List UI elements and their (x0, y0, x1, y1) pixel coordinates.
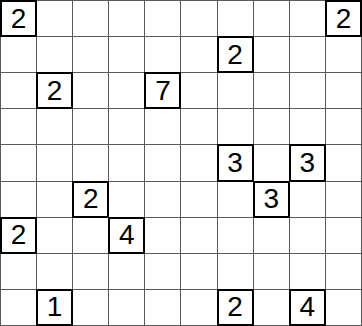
clue-cell: 4 (109, 218, 144, 253)
clue-number: 2 (11, 5, 27, 33)
empty-cell[interactable] (254, 1, 289, 36)
empty-cell[interactable] (37, 254, 72, 289)
empty-cell[interactable] (181, 37, 216, 72)
empty-cell[interactable] (254, 218, 289, 253)
clue-number: 4 (119, 221, 135, 249)
clue-number: 3 (263, 185, 279, 213)
empty-cell[interactable] (109, 109, 144, 144)
empty-cell[interactable] (73, 1, 108, 36)
empty-cell[interactable] (290, 254, 325, 289)
clue-cell: 2 (1, 1, 36, 36)
clue-cell: 3 (254, 182, 289, 217)
empty-cell[interactable] (218, 218, 253, 253)
empty-cell[interactable] (181, 218, 216, 253)
empty-cell[interactable] (254, 254, 289, 289)
clue-cell: 3 (218, 145, 253, 180)
empty-cell[interactable] (145, 290, 180, 325)
empty-cell[interactable] (109, 182, 144, 217)
empty-cell[interactable] (326, 37, 361, 72)
empty-cell[interactable] (218, 109, 253, 144)
empty-cell[interactable] (218, 73, 253, 108)
empty-cell[interactable] (37, 37, 72, 72)
empty-cell[interactable] (109, 145, 144, 180)
empty-cell[interactable] (73, 290, 108, 325)
clue-number: 2 (11, 221, 27, 249)
empty-cell[interactable] (73, 109, 108, 144)
clue-cell: 2 (73, 182, 108, 217)
clue-number: 2 (227, 293, 243, 321)
empty-cell[interactable] (1, 290, 36, 325)
empty-cell[interactable] (145, 37, 180, 72)
empty-cell[interactable] (109, 37, 144, 72)
empty-cell[interactable] (290, 182, 325, 217)
clue-cell: 4 (290, 290, 325, 325)
empty-cell[interactable] (1, 182, 36, 217)
clue-cell: 2 (218, 290, 253, 325)
empty-cell[interactable] (37, 218, 72, 253)
empty-cell[interactable] (145, 109, 180, 144)
clue-number: 2 (336, 5, 352, 33)
empty-cell[interactable] (326, 109, 361, 144)
empty-cell[interactable] (145, 1, 180, 36)
empty-cell[interactable] (1, 109, 36, 144)
empty-cell[interactable] (181, 290, 216, 325)
clue-number: 3 (227, 149, 243, 177)
empty-cell[interactable] (181, 145, 216, 180)
clue-number: 7 (155, 77, 171, 105)
empty-cell[interactable] (37, 182, 72, 217)
empty-cell[interactable] (290, 1, 325, 36)
empty-cell[interactable] (254, 145, 289, 180)
empty-cell[interactable] (1, 73, 36, 108)
clue-cell: 3 (290, 145, 325, 180)
empty-cell[interactable] (326, 254, 361, 289)
empty-cell[interactable] (218, 1, 253, 36)
empty-cell[interactable] (145, 145, 180, 180)
empty-cell[interactable] (109, 290, 144, 325)
empty-cell[interactable] (181, 254, 216, 289)
empty-cell[interactable] (37, 109, 72, 144)
empty-cell[interactable] (109, 254, 144, 289)
empty-cell[interactable] (73, 218, 108, 253)
empty-cell[interactable] (254, 73, 289, 108)
empty-cell[interactable] (109, 73, 144, 108)
empty-cell[interactable] (326, 182, 361, 217)
empty-cell[interactable] (326, 73, 361, 108)
clue-cell: 1 (37, 290, 72, 325)
empty-cell[interactable] (181, 1, 216, 36)
empty-cell[interactable] (254, 109, 289, 144)
empty-cell[interactable] (326, 145, 361, 180)
empty-cell[interactable] (37, 1, 72, 36)
empty-cell[interactable] (73, 145, 108, 180)
clue-cell: 2 (218, 37, 253, 72)
empty-cell[interactable] (109, 1, 144, 36)
clue-cell: 2 (1, 218, 36, 253)
clue-cell: 7 (145, 73, 180, 108)
clue-cell: 2 (326, 1, 361, 36)
puzzle-board: 22227332324124 (0, 0, 362, 326)
clue-cell: 2 (37, 73, 72, 108)
empty-cell[interactable] (37, 145, 72, 180)
clue-number: 2 (47, 77, 63, 105)
empty-cell[interactable] (1, 254, 36, 289)
empty-cell[interactable] (145, 254, 180, 289)
empty-cell[interactable] (290, 37, 325, 72)
empty-cell[interactable] (73, 37, 108, 72)
empty-cell[interactable] (73, 73, 108, 108)
clue-number: 2 (227, 41, 243, 69)
empty-cell[interactable] (181, 109, 216, 144)
empty-cell[interactable] (181, 73, 216, 108)
empty-cell[interactable] (254, 290, 289, 325)
empty-cell[interactable] (326, 290, 361, 325)
empty-cell[interactable] (181, 182, 216, 217)
clue-number: 4 (300, 293, 316, 321)
empty-cell[interactable] (290, 218, 325, 253)
empty-cell[interactable] (145, 218, 180, 253)
empty-cell[interactable] (1, 37, 36, 72)
empty-cell[interactable] (73, 254, 108, 289)
clue-number: 3 (300, 149, 316, 177)
empty-cell[interactable] (218, 254, 253, 289)
clue-number: 1 (47, 293, 63, 321)
empty-cell[interactable] (290, 73, 325, 108)
empty-cell[interactable] (290, 109, 325, 144)
empty-cell[interactable] (218, 182, 253, 217)
empty-cell[interactable] (1, 145, 36, 180)
empty-cell[interactable] (326, 218, 361, 253)
empty-cell[interactable] (145, 182, 180, 217)
clue-number: 2 (83, 185, 99, 213)
empty-cell[interactable] (254, 37, 289, 72)
